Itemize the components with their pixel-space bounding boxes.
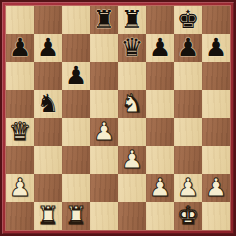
square-g8[interactable]: ♚ [174,6,202,34]
piece-black-pawn[interactable]: ♟ [177,34,199,62]
piece-black-knight[interactable]: ♞ [37,90,59,118]
square-b6[interactable] [34,62,62,90]
square-b5[interactable]: ♞ [34,90,62,118]
square-a2[interactable]: ♟ [6,174,34,202]
square-d7[interactable] [90,34,118,62]
piece-black-rook[interactable]: ♜ [93,6,115,34]
square-c6[interactable]: ♟ [62,62,90,90]
square-d8[interactable]: ♜ [90,6,118,34]
square-e7[interactable]: ♛ [118,34,146,62]
piece-black-pawn[interactable]: ♟ [9,34,31,62]
square-g4[interactable] [174,118,202,146]
square-c2[interactable] [62,174,90,202]
square-f4[interactable] [146,118,174,146]
square-c4[interactable] [62,118,90,146]
piece-white-king[interactable]: ♚ [177,202,199,230]
piece-black-rook[interactable]: ♜ [121,6,143,34]
square-d4[interactable]: ♟ [90,118,118,146]
square-a8[interactable] [6,6,34,34]
square-d1[interactable] [90,202,118,230]
square-f1[interactable] [146,202,174,230]
square-b8[interactable] [34,6,62,34]
square-f3[interactable] [146,146,174,174]
square-b3[interactable] [34,146,62,174]
square-g5[interactable] [174,90,202,118]
piece-white-rook[interactable]: ♜ [65,202,87,230]
square-h5[interactable] [202,90,230,118]
square-d2[interactable] [90,174,118,202]
square-b2[interactable] [34,174,62,202]
square-c5[interactable] [62,90,90,118]
square-e8[interactable]: ♜ [118,6,146,34]
piece-white-pawn[interactable]: ♟ [121,146,143,174]
square-g7[interactable]: ♟ [174,34,202,62]
square-e6[interactable] [118,62,146,90]
square-f8[interactable] [146,6,174,34]
piece-white-pawn[interactable]: ♟ [93,118,115,146]
piece-black-pawn[interactable]: ♟ [205,34,227,62]
square-e3[interactable]: ♟ [118,146,146,174]
square-g1[interactable]: ♚ [174,202,202,230]
square-d6[interactable] [90,62,118,90]
square-e5[interactable]: ♞ [118,90,146,118]
square-f6[interactable] [146,62,174,90]
square-a3[interactable] [6,146,34,174]
square-f5[interactable] [146,90,174,118]
piece-black-king[interactable]: ♚ [177,6,199,34]
square-h8[interactable] [202,6,230,34]
square-h2[interactable]: ♟ [202,174,230,202]
square-c7[interactable] [62,34,90,62]
square-h4[interactable] [202,118,230,146]
square-a4[interactable]: ♛ [6,118,34,146]
square-g2[interactable]: ♟ [174,174,202,202]
square-e1[interactable] [118,202,146,230]
square-g6[interactable] [174,62,202,90]
piece-black-queen[interactable]: ♛ [121,34,143,62]
piece-white-pawn[interactable]: ♟ [9,174,31,202]
piece-white-knight[interactable]: ♞ [121,90,143,118]
square-b1[interactable]: ♜ [34,202,62,230]
square-e2[interactable] [118,174,146,202]
square-a1[interactable] [6,202,34,230]
square-f7[interactable]: ♟ [146,34,174,62]
square-h6[interactable] [202,62,230,90]
piece-black-pawn[interactable]: ♟ [149,34,171,62]
piece-white-pawn[interactable]: ♟ [177,174,199,202]
square-c3[interactable] [62,146,90,174]
square-h7[interactable]: ♟ [202,34,230,62]
square-a6[interactable] [6,62,34,90]
square-d5[interactable] [90,90,118,118]
square-g3[interactable] [174,146,202,174]
piece-white-queen[interactable]: ♛ [9,118,31,146]
square-h1[interactable] [202,202,230,230]
piece-white-rook[interactable]: ♜ [37,202,59,230]
piece-black-pawn[interactable]: ♟ [37,34,59,62]
square-b4[interactable] [34,118,62,146]
square-f2[interactable]: ♟ [146,174,174,202]
square-h3[interactable] [202,146,230,174]
piece-black-pawn[interactable]: ♟ [65,62,87,90]
piece-white-pawn[interactable]: ♟ [205,174,227,202]
square-c8[interactable] [62,6,90,34]
square-a7[interactable]: ♟ [6,34,34,62]
board-frame: ♜♜♚♟♟♛♟♟♟♟♞♞♛♟♟♟♟♟♟♜♜♚ [0,0,236,236]
square-e4[interactable] [118,118,146,146]
chess-board: ♜♜♚♟♟♛♟♟♟♟♞♞♛♟♟♟♟♟♟♜♜♚ [6,6,230,230]
square-b7[interactable]: ♟ [34,34,62,62]
piece-white-pawn[interactable]: ♟ [149,174,171,202]
square-c1[interactable]: ♜ [62,202,90,230]
square-d3[interactable] [90,146,118,174]
square-a5[interactable] [6,90,34,118]
